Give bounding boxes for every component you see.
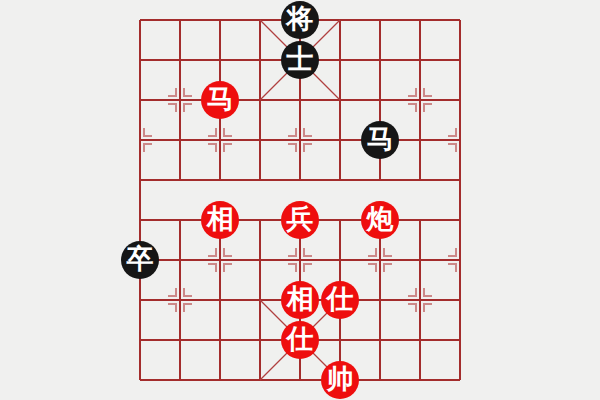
red-elephant[interactable]: 相 [201, 201, 239, 239]
red-horse[interactable]: 马 [201, 81, 239, 119]
pieces-layer: 将士马马相兵炮卒相仕仕帅 [120, 0, 480, 400]
red-cannon[interactable]: 炮 [361, 201, 399, 239]
red-elephant[interactable]: 相 [281, 281, 319, 319]
black-general[interactable]: 将 [281, 1, 319, 39]
xiangqi-diagram: 将士马马相兵炮卒相仕仕帅 [0, 0, 600, 400]
black-advisor[interactable]: 士 [281, 41, 319, 79]
black-horse[interactable]: 马 [361, 121, 399, 159]
red-soldier[interactable]: 兵 [281, 201, 319, 239]
black-soldier[interactable]: 卒 [121, 241, 159, 279]
red-general[interactable]: 帅 [321, 361, 359, 399]
red-advisor[interactable]: 仕 [281, 321, 319, 359]
red-advisor[interactable]: 仕 [321, 281, 359, 319]
